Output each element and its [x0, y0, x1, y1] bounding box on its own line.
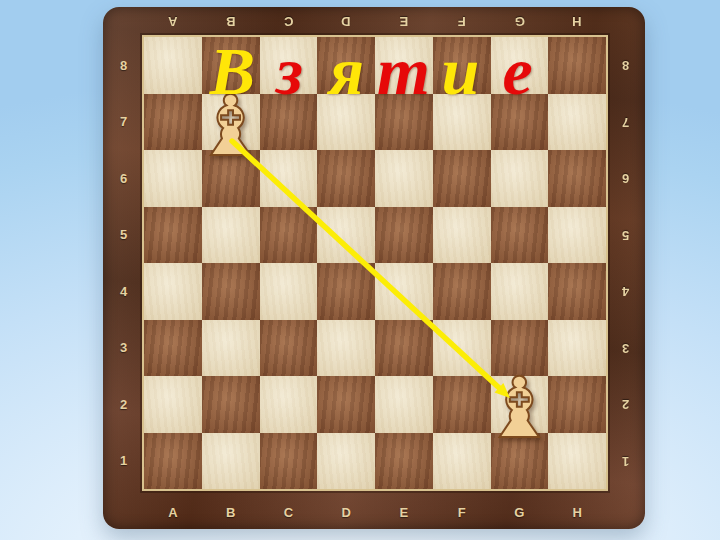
square-b4: [202, 263, 260, 320]
square-d5: [317, 207, 375, 264]
square-d3: [317, 320, 375, 377]
file-label-bottom-B: B: [202, 489, 260, 529]
rank-label-right-6: 6: [606, 150, 645, 207]
square-e6: [375, 150, 433, 207]
slide-background: ABCDEFGH ABCDEFGH 87654321 87654321 ♝♝ В…: [0, 0, 720, 540]
file-label-bottom-D: D: [317, 489, 375, 529]
square-f5: [433, 207, 491, 264]
square-c1: [260, 433, 318, 490]
square-a2: [144, 376, 202, 433]
square-h4: [548, 263, 606, 320]
square-g6: [491, 150, 549, 207]
square-e4: [375, 263, 433, 320]
square-d7: [317, 94, 375, 151]
square-e7: [375, 94, 433, 151]
rank-label-left-8: 8: [103, 37, 144, 94]
square-h5: [548, 207, 606, 264]
square-h8: [548, 37, 606, 94]
square-c5: [260, 207, 318, 264]
square-d2: [317, 376, 375, 433]
rank-label-right-1: 1: [606, 433, 645, 490]
rank-labels-left: 87654321: [103, 37, 144, 489]
file-label-top-F: F: [433, 7, 491, 36]
square-c4: [260, 263, 318, 320]
square-b3: [202, 320, 260, 377]
square-a3: [144, 320, 202, 377]
rank-label-left-1: 1: [103, 433, 144, 490]
board-squares-area: ♝♝: [144, 37, 606, 489]
square-d4: [317, 263, 375, 320]
file-label-top-B: B: [202, 7, 260, 36]
square-a1: [144, 433, 202, 490]
file-label-top-D: D: [317, 7, 375, 36]
file-label-top-A: A: [144, 7, 202, 36]
file-label-bottom-F: F: [433, 489, 491, 529]
piece-white-bishop-b7: ♝: [193, 84, 268, 168]
file-label-top-G: G: [491, 7, 549, 36]
square-d1: [317, 433, 375, 490]
square-g4: [491, 263, 549, 320]
square-f6: [433, 150, 491, 207]
square-a4: [144, 263, 202, 320]
square-e1: [375, 433, 433, 490]
square-f7: [433, 94, 491, 151]
square-c2: [260, 376, 318, 433]
rank-label-right-4: 4: [606, 263, 645, 320]
square-a5: [144, 207, 202, 264]
square-d8: [317, 37, 375, 94]
rank-label-left-2: 2: [103, 376, 144, 433]
rank-labels-right: 87654321: [606, 37, 645, 489]
square-b2: [202, 376, 260, 433]
square-h6: [548, 150, 606, 207]
rank-label-right-7: 7: [606, 94, 645, 151]
rank-label-right-3: 3: [606, 320, 645, 377]
rank-label-left-3: 3: [103, 320, 144, 377]
file-label-bottom-C: C: [260, 489, 318, 529]
square-e2: [375, 376, 433, 433]
square-c3: [260, 320, 318, 377]
square-b5: [202, 207, 260, 264]
rank-label-left-5: 5: [103, 207, 144, 264]
piece-white-bishop-g2: ♝: [482, 366, 557, 450]
square-e5: [375, 207, 433, 264]
file-label-bottom-E: E: [375, 489, 433, 529]
square-g8: [491, 37, 549, 94]
file-label-bottom-G: G: [491, 489, 549, 529]
rank-label-left-6: 6: [103, 150, 144, 207]
square-h7: [548, 94, 606, 151]
square-f8: [433, 37, 491, 94]
rank-label-left-7: 7: [103, 94, 144, 151]
square-e3: [375, 320, 433, 377]
rank-label-right-8: 8: [606, 37, 645, 94]
square-g7: [491, 94, 549, 151]
rank-label-right-5: 5: [606, 207, 645, 264]
square-d6: [317, 150, 375, 207]
square-e8: [375, 37, 433, 94]
file-label-bottom-H: H: [548, 489, 606, 529]
file-labels-bottom: ABCDEFGH: [144, 489, 606, 529]
file-label-top-H: H: [548, 7, 606, 36]
file-label-top-C: C: [260, 7, 318, 36]
file-label-bottom-A: A: [144, 489, 202, 529]
square-f4: [433, 263, 491, 320]
rank-label-right-2: 2: [606, 376, 645, 433]
rank-label-left-4: 4: [103, 263, 144, 320]
square-g5: [491, 207, 549, 264]
chess-board: ABCDEFGH ABCDEFGH 87654321 87654321 ♝♝ В…: [103, 7, 645, 529]
file-labels-top: ABCDEFGH: [144, 7, 606, 36]
file-label-top-E: E: [375, 7, 433, 36]
square-b1: [202, 433, 260, 490]
